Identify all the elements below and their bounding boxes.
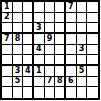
cell-r2c7[interactable] (66, 13, 77, 24)
cell-r8c5[interactable]: 7 (45, 77, 56, 88)
cell-r1c9[interactable] (87, 2, 98, 13)
cell-r5c3[interactable] (23, 45, 34, 56)
cell-r9c4[interactable] (34, 87, 45, 98)
cell-r9c2[interactable] (13, 87, 24, 98)
cell-r3c2[interactable] (13, 23, 24, 34)
cell-r3c8[interactable] (77, 23, 88, 34)
cell-r1c1[interactable]: 1 (2, 2, 13, 13)
cell-r6c3[interactable] (23, 55, 34, 66)
cell-r4c6[interactable] (55, 34, 66, 45)
cell-r8c7[interactable]: 6 (66, 77, 77, 88)
cell-r1c7[interactable]: 7 (66, 2, 77, 13)
cell-r1c3[interactable] (23, 2, 34, 13)
cell-r7c4[interactable]: 1 (34, 66, 45, 77)
cell-r5c2[interactable] (13, 45, 24, 56)
cell-r2c6[interactable] (55, 13, 66, 24)
cell-r4c5[interactable]: 9 (45, 34, 56, 45)
cell-r7c5[interactable] (45, 66, 56, 77)
cell-r6c8[interactable] (77, 55, 88, 66)
cell-r7c6[interactable] (55, 66, 66, 77)
cell-r7c7[interactable] (66, 66, 77, 77)
cell-r8c2[interactable]: 5 (13, 77, 24, 88)
sudoku-board: 17237894334155786 (0, 0, 100, 100)
cell-r5c5[interactable] (45, 45, 56, 56)
cell-r2c2[interactable] (13, 13, 24, 24)
cell-r3c3[interactable] (23, 23, 34, 34)
cell-r6c1[interactable] (2, 55, 13, 66)
cell-r2c8[interactable] (77, 13, 88, 24)
cell-r3c6[interactable] (55, 23, 66, 34)
cell-r8c4[interactable] (34, 77, 45, 88)
cell-r9c5[interactable] (45, 87, 56, 98)
cell-r8c9[interactable] (87, 77, 98, 88)
cell-r1c4[interactable] (34, 2, 45, 13)
cell-r4c3[interactable] (23, 34, 34, 45)
cell-r1c8[interactable] (77, 2, 88, 13)
cell-r9c6[interactable] (55, 87, 66, 98)
cell-r8c6[interactable]: 8 (55, 77, 66, 88)
cell-r4c7[interactable] (66, 34, 77, 45)
cell-r9c3[interactable] (23, 87, 34, 98)
cell-r6c9[interactable] (87, 55, 98, 66)
cell-r6c7[interactable] (66, 55, 77, 66)
cell-r5c1[interactable] (2, 45, 13, 56)
cell-r3c5[interactable] (45, 23, 56, 34)
cell-r5c9[interactable] (87, 45, 98, 56)
cell-r4c8[interactable] (77, 34, 88, 45)
cell-r4c9[interactable] (87, 34, 98, 45)
cell-r8c1[interactable] (2, 77, 13, 88)
cell-r7c1[interactable] (2, 66, 13, 77)
cell-r3c9[interactable] (87, 23, 98, 34)
cell-r3c4[interactable]: 3 (34, 23, 45, 34)
cell-r4c1[interactable]: 7 (2, 34, 13, 45)
cell-r7c2[interactable]: 3 (13, 66, 24, 77)
cell-r1c5[interactable] (45, 2, 56, 13)
cell-r2c1[interactable]: 2 (2, 13, 13, 24)
cell-r5c6[interactable] (55, 45, 66, 56)
cell-r1c6[interactable] (55, 2, 66, 13)
cell-r3c1[interactable] (2, 23, 13, 34)
cell-r2c9[interactable] (87, 13, 98, 24)
cell-r6c2[interactable] (13, 55, 24, 66)
cell-r6c5[interactable] (45, 55, 56, 66)
cell-r3c7[interactable] (66, 23, 77, 34)
sudoku-page: 17237894334155786 (0, 0, 101, 101)
cell-r4c2[interactable]: 8 (13, 34, 24, 45)
cell-r8c8[interactable] (77, 77, 88, 88)
cell-r9c1[interactable] (2, 87, 13, 98)
cell-r9c7[interactable] (66, 87, 77, 98)
cell-r9c9[interactable] (87, 87, 98, 98)
cell-r2c3[interactable] (23, 13, 34, 24)
cell-r4c4[interactable] (34, 34, 45, 45)
cell-r6c4[interactable] (34, 55, 45, 66)
cell-r8c3[interactable] (23, 77, 34, 88)
cell-r5c7[interactable] (66, 45, 77, 56)
cell-r1c2[interactable] (13, 2, 24, 13)
cell-r7c9[interactable] (87, 66, 98, 77)
cell-r2c4[interactable] (34, 13, 45, 24)
cell-r7c3[interactable]: 4 (23, 66, 34, 77)
cell-r6c6[interactable] (55, 55, 66, 66)
cell-r5c8[interactable]: 3 (77, 45, 88, 56)
cell-r9c8[interactable] (77, 87, 88, 98)
cell-r7c8[interactable]: 5 (77, 66, 88, 77)
cell-r5c4[interactable]: 4 (34, 45, 45, 56)
cell-r2c5[interactable] (45, 13, 56, 24)
